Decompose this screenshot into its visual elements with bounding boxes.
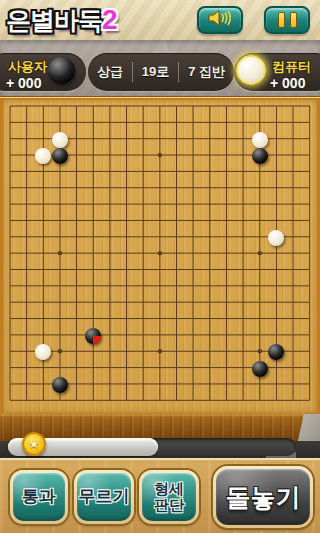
computer-score: + 000: [270, 75, 305, 91]
judge-label-line2: 판단: [154, 497, 184, 513]
white-stone: [35, 344, 51, 360]
stones-layer: [3, 100, 317, 413]
info-bar: ★ 상급 19로 7 집반 사용자 + 000 컴퓨터 + 000: [0, 40, 320, 96]
level-label: 상급: [97, 63, 123, 81]
board-size-label: 19로: [142, 63, 169, 81]
judge-label-line1: 형세: [154, 481, 184, 497]
komi-label: 7 집반: [188, 63, 225, 81]
app-title: 은별바둑2: [6, 4, 117, 37]
black-stone: [268, 344, 284, 360]
go-board[interactable]: [0, 96, 320, 414]
place-stone-label: 돌놓기: [226, 484, 301, 510]
black-stone: [52, 148, 68, 164]
white-stone: [35, 148, 51, 164]
pass-button[interactable]: 통과: [10, 470, 68, 524]
pause-icon: [278, 12, 297, 28]
black-stone: [252, 361, 268, 377]
match-info-panel: 상급 19로 7 집반: [88, 53, 234, 91]
user-label: 사용자: [8, 58, 47, 76]
undo-button[interactable]: 무르기: [74, 470, 134, 524]
white-stone: [268, 230, 284, 246]
speaker-icon: [207, 9, 233, 31]
coin-star-icon: ★: [22, 432, 46, 456]
place-stone-button[interactable]: 돌놓기: [213, 466, 313, 528]
judge-position-button[interactable]: 형세 판단: [139, 470, 199, 524]
user-black-stone-icon: [48, 57, 75, 84]
black-stone: [252, 148, 268, 164]
white-stone: [52, 132, 68, 148]
black-stone: [85, 328, 101, 344]
computer-white-stone-icon: [236, 55, 266, 85]
computer-label: 컴퓨터: [272, 58, 311, 76]
action-bar: 통과 무르기 형세 판단 돌놓기: [0, 458, 320, 533]
app-root: 은별바둑2 ★ 상급 19로 7 집반 사용자: [0, 0, 320, 533]
divider: [178, 62, 179, 82]
black-stone: [52, 377, 68, 393]
pause-button[interactable]: [264, 6, 310, 34]
pass-label: 통과: [22, 488, 56, 506]
divider: [132, 62, 133, 82]
user-score: + 000: [6, 75, 41, 91]
white-stone: [252, 132, 268, 148]
sound-button[interactable]: [197, 6, 243, 34]
progress-track: [8, 438, 296, 456]
last-move-marker: [93, 336, 101, 344]
undo-label: 무르기: [79, 488, 130, 506]
